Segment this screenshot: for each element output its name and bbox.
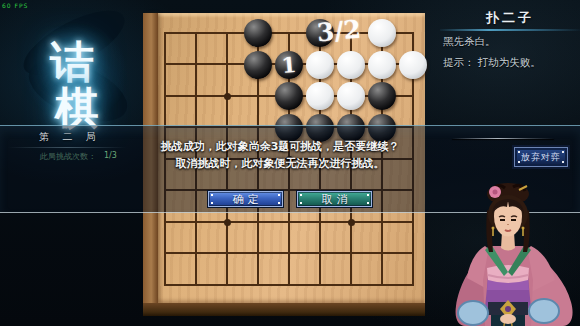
game-screen: 60 FPS 诘 棋 13/2 第 二 局 此局挑战次数： 1/3 扑二子 黑先…	[0, 0, 580, 326]
star-point	[224, 219, 231, 226]
dialog-message-line2: 取消挑战时，此对象便无法再次进行挑战。	[0, 156, 560, 171]
confirm-button[interactable]: 确定	[208, 191, 283, 207]
puzzle-goal-text: 黑先杀白。	[443, 35, 496, 49]
game-logo-char-1: 诘	[50, 40, 94, 84]
board-front-edge	[143, 303, 425, 316]
white-stone	[337, 51, 365, 79]
handwritten-annotation: 1	[281, 51, 298, 77]
game-logo-char-2: 棋	[55, 86, 99, 130]
black-stone	[275, 82, 303, 110]
white-stone	[368, 51, 396, 79]
star-point	[224, 93, 231, 100]
white-stone	[337, 82, 365, 110]
black-stone	[244, 19, 272, 47]
white-stone	[368, 19, 396, 47]
black-stone	[244, 51, 272, 79]
dialog-message-line1: 挑战成功，此对象尚余3题可挑战，是否要继续？	[0, 139, 560, 154]
white-stone	[399, 51, 427, 79]
cancel-button[interactable]: 取消	[297, 191, 372, 207]
npc-character-art	[455, 180, 580, 326]
white-stone	[306, 82, 334, 110]
white-stone	[306, 51, 334, 79]
puzzle-hint-text: 提示： 打劫为失败。	[443, 56, 541, 70]
puzzle-title: 扑二子	[440, 9, 580, 27]
black-stone	[368, 82, 396, 110]
puzzle-title-divider	[440, 29, 580, 31]
handwritten-annotation: 3/2	[315, 15, 361, 48]
star-point	[348, 219, 355, 226]
fps-counter: 60 FPS	[2, 2, 28, 9]
